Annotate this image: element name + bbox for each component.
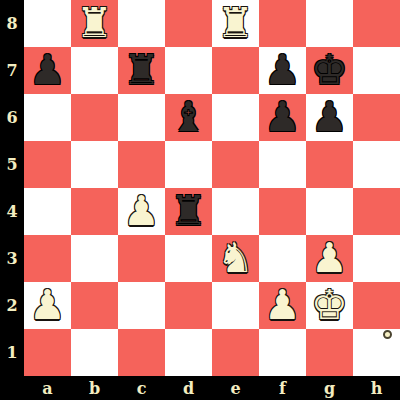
square-c6[interactable]: [118, 94, 165, 141]
square-f8[interactable]: [259, 0, 306, 47]
square-c2[interactable]: [118, 282, 165, 329]
chess-board-screenshot: 87654321 ♜♜♟♜♟♚♝♟♟♟♜♞♟♟♟♚ abcdefgh: [0, 0, 400, 400]
square-h1[interactable]: [353, 329, 400, 376]
square-a4[interactable]: [24, 188, 71, 235]
piece-white-king[interactable]: ♚: [311, 282, 348, 329]
file-label-b: b: [71, 376, 118, 400]
square-b8[interactable]: ♜: [71, 0, 118, 47]
square-f4[interactable]: [259, 188, 306, 235]
rank-label-7: 7: [0, 47, 24, 94]
piece-black-rook[interactable]: ♜: [123, 47, 160, 94]
square-a2[interactable]: ♟: [24, 282, 71, 329]
piece-black-pawn[interactable]: ♟: [29, 47, 66, 94]
square-h4[interactable]: [353, 188, 400, 235]
square-d5[interactable]: [165, 141, 212, 188]
piece-white-pawn[interactable]: ♟: [29, 282, 66, 329]
square-b7[interactable]: [71, 47, 118, 94]
piece-white-knight[interactable]: ♞: [217, 235, 254, 282]
rank-label-5: 5: [0, 141, 24, 188]
square-b5[interactable]: [71, 141, 118, 188]
square-h3[interactable]: [353, 235, 400, 282]
square-f5[interactable]: [259, 141, 306, 188]
square-h6[interactable]: [353, 94, 400, 141]
file-label-c: c: [118, 376, 165, 400]
square-b2[interactable]: [71, 282, 118, 329]
rank-coordinates: 87654321: [0, 0, 24, 376]
square-h5[interactable]: [353, 141, 400, 188]
square-h2[interactable]: [353, 282, 400, 329]
square-g5[interactable]: [306, 141, 353, 188]
piece-white-rook[interactable]: ♜: [217, 0, 254, 47]
square-d6[interactable]: ♝: [165, 94, 212, 141]
rank-label-4: 4: [0, 188, 24, 235]
square-g6[interactable]: ♟: [306, 94, 353, 141]
piece-black-bishop[interactable]: ♝: [170, 94, 207, 141]
piece-black-king[interactable]: ♚: [311, 47, 348, 94]
square-f7[interactable]: ♟: [259, 47, 306, 94]
square-a3[interactable]: [24, 235, 71, 282]
piece-white-pawn[interactable]: ♟: [264, 282, 301, 329]
rank-label-1: 1: [0, 329, 24, 376]
square-e1[interactable]: [212, 329, 259, 376]
square-c3[interactable]: [118, 235, 165, 282]
piece-white-pawn[interactable]: ♟: [311, 235, 348, 282]
square-f1[interactable]: [259, 329, 306, 376]
rank-label-2: 2: [0, 282, 24, 329]
file-label-h: h: [353, 376, 400, 400]
square-d7[interactable]: [165, 47, 212, 94]
square-a7[interactable]: ♟: [24, 47, 71, 94]
file-label-g: g: [306, 376, 353, 400]
piece-white-rook[interactable]: ♜: [76, 0, 113, 47]
square-c4[interactable]: ♟: [118, 188, 165, 235]
square-h8[interactable]: [353, 0, 400, 47]
file-label-d: d: [165, 376, 212, 400]
square-g1[interactable]: [306, 329, 353, 376]
square-g4[interactable]: [306, 188, 353, 235]
side-to-move-dot: [383, 330, 392, 339]
file-coordinates: abcdefgh: [24, 376, 400, 400]
square-c5[interactable]: [118, 141, 165, 188]
square-b3[interactable]: [71, 235, 118, 282]
square-e6[interactable]: [212, 94, 259, 141]
square-b1[interactable]: [71, 329, 118, 376]
square-e2[interactable]: [212, 282, 259, 329]
rank-label-8: 8: [0, 0, 24, 47]
square-g8[interactable]: [306, 0, 353, 47]
square-d4[interactable]: ♜: [165, 188, 212, 235]
square-e3[interactable]: ♞: [212, 235, 259, 282]
square-e5[interactable]: [212, 141, 259, 188]
piece-black-pawn[interactable]: ♟: [311, 94, 348, 141]
square-e4[interactable]: [212, 188, 259, 235]
square-f6[interactable]: ♟: [259, 94, 306, 141]
square-c7[interactable]: ♜: [118, 47, 165, 94]
square-g3[interactable]: ♟: [306, 235, 353, 282]
rank-label-3: 3: [0, 235, 24, 282]
piece-black-rook[interactable]: ♜: [170, 188, 207, 235]
piece-black-pawn[interactable]: ♟: [264, 94, 301, 141]
square-d8[interactable]: [165, 0, 212, 47]
square-a5[interactable]: [24, 141, 71, 188]
square-g7[interactable]: ♚: [306, 47, 353, 94]
square-c8[interactable]: [118, 0, 165, 47]
square-c1[interactable]: [118, 329, 165, 376]
square-e8[interactable]: ♜: [212, 0, 259, 47]
square-d2[interactable]: [165, 282, 212, 329]
square-g2[interactable]: ♚: [306, 282, 353, 329]
square-h7[interactable]: [353, 47, 400, 94]
file-label-f: f: [259, 376, 306, 400]
square-f2[interactable]: ♟: [259, 282, 306, 329]
square-a1[interactable]: [24, 329, 71, 376]
square-a8[interactable]: [24, 0, 71, 47]
square-e7[interactable]: [212, 47, 259, 94]
file-label-a: a: [24, 376, 71, 400]
rank-label-6: 6: [0, 94, 24, 141]
square-d3[interactable]: [165, 235, 212, 282]
square-b6[interactable]: [71, 94, 118, 141]
square-b4[interactable]: [71, 188, 118, 235]
piece-white-pawn[interactable]: ♟: [123, 188, 160, 235]
square-d1[interactable]: [165, 329, 212, 376]
piece-black-pawn[interactable]: ♟: [264, 47, 301, 94]
chess-board[interactable]: ♜♜♟♜♟♚♝♟♟♟♜♞♟♟♟♚: [24, 0, 400, 376]
square-f3[interactable]: [259, 235, 306, 282]
square-a6[interactable]: [24, 94, 71, 141]
file-label-e: e: [212, 376, 259, 400]
